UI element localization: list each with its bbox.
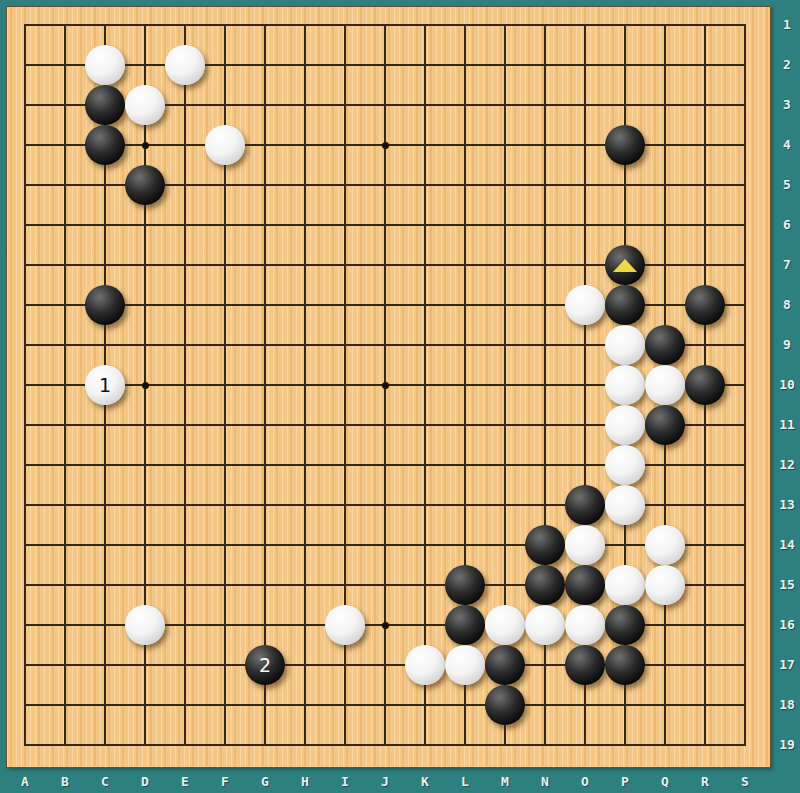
stone-black-D5 <box>125 165 165 205</box>
stone-white-P11 <box>605 405 645 445</box>
stone-white-P12 <box>605 445 645 485</box>
column-label-S: S <box>733 773 757 791</box>
stone-black-M17 <box>485 645 525 685</box>
column-label-O: O <box>573 773 597 791</box>
stone-white-O8 <box>565 285 605 325</box>
move-number-label-1: 1 <box>85 365 125 405</box>
stone-white-P10 <box>605 365 645 405</box>
stone-white-C2 <box>85 45 125 85</box>
row-label-17: 17 <box>775 656 799 674</box>
stone-black-M18 <box>485 685 525 725</box>
column-label-N: N <box>533 773 557 791</box>
row-label-3: 3 <box>775 96 799 114</box>
stone-white-L17 <box>445 645 485 685</box>
column-label-E: E <box>173 773 197 791</box>
grid-line <box>24 744 746 746</box>
column-label-F: F <box>213 773 237 791</box>
stone-black-Q11 <box>645 405 685 445</box>
row-label-9: 9 <box>775 336 799 354</box>
row-label-14: 14 <box>775 536 799 554</box>
stone-white-Q15 <box>645 565 685 605</box>
star-point <box>382 142 389 149</box>
stone-white-Q10 <box>645 365 685 405</box>
column-label-J: J <box>373 773 397 791</box>
row-label-6: 6 <box>775 216 799 234</box>
stone-white-N16 <box>525 605 565 645</box>
move-number-label-2: 2 <box>245 645 285 685</box>
go-game-window: 12ABCDEFGHIJKLMNOPQRS1234567891011121314… <box>0 0 800 793</box>
column-label-D: D <box>133 773 157 791</box>
star-point <box>142 142 149 149</box>
stone-black-N14 <box>525 525 565 565</box>
stone-black-O15 <box>565 565 605 605</box>
stone-black-P16 <box>605 605 645 645</box>
stone-black-P4 <box>605 125 645 165</box>
stone-black-L15 <box>445 565 485 605</box>
stone-black-Q9 <box>645 325 685 365</box>
stone-black-R8 <box>685 285 725 325</box>
column-label-R: R <box>693 773 717 791</box>
row-label-7: 7 <box>775 256 799 274</box>
column-label-M: M <box>493 773 517 791</box>
triangle-marker <box>613 259 637 272</box>
stone-white-Q14 <box>645 525 685 565</box>
stone-white-P9 <box>605 325 645 365</box>
stone-white-O14 <box>565 525 605 565</box>
stone-white-F4 <box>205 125 245 165</box>
stone-white-O16 <box>565 605 605 645</box>
row-label-15: 15 <box>775 576 799 594</box>
stone-black-C8 <box>85 285 125 325</box>
row-label-19: 19 <box>775 736 799 754</box>
column-label-P: P <box>613 773 637 791</box>
grid-line <box>24 704 746 706</box>
star-point <box>142 382 149 389</box>
star-point <box>382 382 389 389</box>
row-label-16: 16 <box>775 616 799 634</box>
stone-white-P13 <box>605 485 645 525</box>
column-label-B: B <box>53 773 77 791</box>
stone-black-P8 <box>605 285 645 325</box>
row-label-5: 5 <box>775 176 799 194</box>
stone-black-N15 <box>525 565 565 605</box>
grid-line <box>744 24 746 746</box>
column-label-A: A <box>13 773 37 791</box>
column-label-C: C <box>93 773 117 791</box>
row-label-2: 2 <box>775 56 799 74</box>
column-label-G: G <box>253 773 277 791</box>
row-label-4: 4 <box>775 136 799 154</box>
grid-line <box>24 544 746 546</box>
stone-white-D16 <box>125 605 165 645</box>
stone-white-D3 <box>125 85 165 125</box>
row-label-10: 10 <box>775 376 799 394</box>
row-label-11: 11 <box>775 416 799 434</box>
row-label-18: 18 <box>775 696 799 714</box>
row-label-8: 8 <box>775 296 799 314</box>
column-label-Q: Q <box>653 773 677 791</box>
stone-black-R10 <box>685 365 725 405</box>
stone-black-O17 <box>565 645 605 685</box>
stone-white-E2 <box>165 45 205 85</box>
column-label-H: H <box>293 773 317 791</box>
column-label-I: I <box>333 773 357 791</box>
stone-white-K17 <box>405 645 445 685</box>
column-label-K: K <box>413 773 437 791</box>
stone-black-L16 <box>445 605 485 645</box>
grid-line <box>424 24 426 746</box>
star-point <box>382 622 389 629</box>
stone-white-P15 <box>605 565 645 605</box>
row-label-12: 12 <box>775 456 799 474</box>
stone-black-O13 <box>565 485 605 525</box>
stone-black-P17 <box>605 645 645 685</box>
row-label-1: 1 <box>775 16 799 34</box>
stone-black-C3 <box>85 85 125 125</box>
stone-white-M16 <box>485 605 525 645</box>
row-label-13: 13 <box>775 496 799 514</box>
stone-white-I16 <box>325 605 365 645</box>
column-label-L: L <box>453 773 477 791</box>
stone-black-C4 <box>85 125 125 165</box>
